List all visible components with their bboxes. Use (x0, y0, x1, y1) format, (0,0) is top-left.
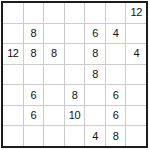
grid-cell-r5c7[interactable] (126, 85, 146, 105)
grid-cell-r5c1[interactable] (3, 85, 23, 105)
grid-cell-r7c6[interactable]: 8 (106, 126, 126, 146)
grid-cell-r4c6[interactable] (106, 65, 126, 85)
grid-cell-r4c4[interactable] (65, 65, 85, 85)
grid-cell-r7c1[interactable] (3, 126, 23, 146)
grid-cell-r3c7[interactable]: 4 (126, 44, 146, 64)
grid-cell-r2c6[interactable]: 4 (106, 24, 126, 44)
grid-cell-r7c2[interactable] (24, 126, 44, 146)
grid-cell-r3c2[interactable]: 8 (24, 44, 44, 64)
puzzle-page: 128641288848686610648 (0, 0, 150, 150)
grid-cell-r1c1[interactable] (3, 3, 23, 23)
grid-cell-r2c5[interactable]: 6 (85, 24, 105, 44)
grid-cell-r1c4[interactable] (65, 3, 85, 23)
grid-cell-r5c6[interactable]: 6 (106, 85, 126, 105)
grid-cell-r1c5[interactable] (85, 3, 105, 23)
grid-cell-r3c4[interactable] (65, 44, 85, 64)
grid-cell-r7c5[interactable]: 4 (85, 126, 105, 146)
grid-cell-r1c7[interactable]: 12 (126, 3, 146, 23)
grid-cell-r3c1[interactable]: 12 (3, 44, 23, 64)
grid-cell-r5c2[interactable]: 6 (24, 85, 44, 105)
grid-cell-r5c5[interactable] (85, 85, 105, 105)
grid-cell-r6c2[interactable]: 6 (24, 106, 44, 126)
grid-cell-r4c3[interactable] (44, 65, 64, 85)
grid-cell-r4c7[interactable] (126, 65, 146, 85)
grid-cell-r3c6[interactable] (106, 44, 126, 64)
grid-cell-r7c3[interactable] (44, 126, 64, 146)
grid-cell-r4c5[interactable]: 8 (85, 65, 105, 85)
grid-cell-r7c7[interactable] (126, 126, 146, 146)
grid-cell-r1c6[interactable] (106, 3, 126, 23)
grid-cell-r6c7[interactable] (126, 106, 146, 126)
grid-cell-r2c3[interactable] (44, 24, 64, 44)
grid-cell-r2c2[interactable]: 8 (24, 24, 44, 44)
puzzle-board: 128641288848686610648 (1, 1, 148, 148)
grid-cell-r6c6[interactable]: 6 (106, 106, 126, 126)
grid-cell-r1c2[interactable] (24, 3, 44, 23)
grid-cell-r7c4[interactable] (65, 126, 85, 146)
grid-cell-r5c4[interactable]: 8 (65, 85, 85, 105)
grid-cell-r6c1[interactable] (3, 106, 23, 126)
grid-cell-r4c1[interactable] (3, 65, 23, 85)
grid-cell-r4c2[interactable] (24, 65, 44, 85)
grid-cell-r6c4[interactable]: 10 (65, 106, 85, 126)
grid-cell-r2c1[interactable] (3, 24, 23, 44)
grid-cell-r2c4[interactable] (65, 24, 85, 44)
grid-cell-r3c5[interactable]: 8 (85, 44, 105, 64)
grid-cell-r6c5[interactable] (85, 106, 105, 126)
grid-cell-r6c3[interactable] (44, 106, 64, 126)
grid-cell-r3c3[interactable]: 8 (44, 44, 64, 64)
grid-cell-r5c3[interactable] (44, 85, 64, 105)
grid-cell-r1c3[interactable] (44, 3, 64, 23)
grid-cell-r2c7[interactable] (126, 24, 146, 44)
